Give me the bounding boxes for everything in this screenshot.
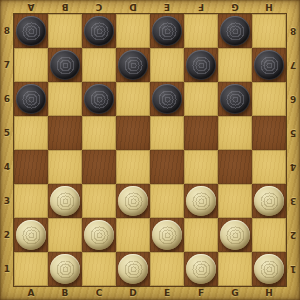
black-piece-e6[interactable] bbox=[152, 84, 182, 114]
coord-left-2: 2 bbox=[0, 218, 14, 252]
white-piece-h1[interactable] bbox=[254, 254, 284, 284]
square-e7[interactable] bbox=[150, 48, 184, 82]
coord-left-5: 5 bbox=[0, 116, 14, 150]
coord-top-h: H bbox=[252, 0, 286, 14]
coord-right-1: 1 bbox=[286, 252, 300, 286]
square-g2[interactable] bbox=[218, 218, 252, 252]
square-g4[interactable] bbox=[218, 150, 252, 184]
coord-bottom-a: A bbox=[14, 286, 48, 300]
square-e8[interactable] bbox=[150, 14, 184, 48]
checkers-board: ABCDEFGH ABCDEFGH 87654321 87654321 bbox=[0, 0, 300, 300]
coord-bottom-f: F bbox=[184, 286, 218, 300]
square-c3[interactable] bbox=[82, 184, 116, 218]
black-piece-c8[interactable] bbox=[84, 16, 114, 46]
square-d2[interactable] bbox=[116, 218, 150, 252]
coord-top-d: D bbox=[116, 0, 150, 14]
white-piece-g2[interactable] bbox=[220, 220, 250, 250]
square-e4[interactable] bbox=[150, 150, 184, 184]
white-piece-c2[interactable] bbox=[84, 220, 114, 250]
white-piece-e2[interactable] bbox=[152, 220, 182, 250]
black-piece-a8[interactable] bbox=[16, 16, 46, 46]
square-b7[interactable] bbox=[48, 48, 82, 82]
square-a5[interactable] bbox=[14, 116, 48, 150]
square-d6[interactable] bbox=[116, 82, 150, 116]
square-b5[interactable] bbox=[48, 116, 82, 150]
square-e1[interactable] bbox=[150, 252, 184, 286]
coord-right-7: 7 bbox=[286, 48, 300, 82]
rank-labels-right: 87654321 bbox=[286, 14, 300, 286]
square-f6[interactable] bbox=[184, 82, 218, 116]
white-piece-a2[interactable] bbox=[16, 220, 46, 250]
square-a7[interactable] bbox=[14, 48, 48, 82]
square-h5[interactable] bbox=[252, 116, 286, 150]
square-a2[interactable] bbox=[14, 218, 48, 252]
coord-right-2: 2 bbox=[286, 218, 300, 252]
square-h8[interactable] bbox=[252, 14, 286, 48]
square-g3[interactable] bbox=[218, 184, 252, 218]
square-d7[interactable] bbox=[116, 48, 150, 82]
coord-bottom-d: D bbox=[116, 286, 150, 300]
square-f3[interactable] bbox=[184, 184, 218, 218]
coord-left-6: 6 bbox=[0, 82, 14, 116]
square-c4[interactable] bbox=[82, 150, 116, 184]
square-c2[interactable] bbox=[82, 218, 116, 252]
square-g5[interactable] bbox=[218, 116, 252, 150]
square-b2[interactable] bbox=[48, 218, 82, 252]
square-b1[interactable] bbox=[48, 252, 82, 286]
square-f2[interactable] bbox=[184, 218, 218, 252]
coord-bottom-h: H bbox=[252, 286, 286, 300]
black-piece-b7[interactable] bbox=[50, 50, 80, 80]
file-labels-bottom: ABCDEFGH bbox=[14, 286, 286, 300]
coord-right-5: 5 bbox=[286, 116, 300, 150]
square-h1[interactable] bbox=[252, 252, 286, 286]
square-f5[interactable] bbox=[184, 116, 218, 150]
square-a6[interactable] bbox=[14, 82, 48, 116]
coord-right-3: 3 bbox=[286, 184, 300, 218]
coord-right-6: 6 bbox=[286, 82, 300, 116]
black-piece-g8[interactable] bbox=[220, 16, 250, 46]
black-piece-c6[interactable] bbox=[84, 84, 114, 114]
coord-left-3: 3 bbox=[0, 184, 14, 218]
coord-bottom-e: E bbox=[150, 286, 184, 300]
rank-labels-left: 87654321 bbox=[0, 14, 14, 286]
white-piece-f3[interactable] bbox=[186, 186, 216, 216]
square-a8[interactable] bbox=[14, 14, 48, 48]
coord-top-b: B bbox=[48, 0, 82, 14]
coord-left-4: 4 bbox=[0, 150, 14, 184]
board-grid bbox=[14, 14, 286, 286]
coord-right-8: 8 bbox=[286, 14, 300, 48]
square-e3[interactable] bbox=[150, 184, 184, 218]
square-d1[interactable] bbox=[116, 252, 150, 286]
coord-bottom-c: C bbox=[82, 286, 116, 300]
square-g7[interactable] bbox=[218, 48, 252, 82]
square-d3[interactable] bbox=[116, 184, 150, 218]
square-e5[interactable] bbox=[150, 116, 184, 150]
coord-top-a: A bbox=[14, 0, 48, 14]
square-c1[interactable] bbox=[82, 252, 116, 286]
square-b4[interactable] bbox=[48, 150, 82, 184]
square-h7[interactable] bbox=[252, 48, 286, 82]
square-h6[interactable] bbox=[252, 82, 286, 116]
coord-top-f: F bbox=[184, 0, 218, 14]
white-piece-b3[interactable] bbox=[50, 186, 80, 216]
file-labels-top: ABCDEFGH bbox=[14, 0, 286, 14]
black-piece-f7[interactable] bbox=[186, 50, 216, 80]
square-f4[interactable] bbox=[184, 150, 218, 184]
coord-top-e: E bbox=[150, 0, 184, 14]
coord-left-1: 1 bbox=[0, 252, 14, 286]
square-f1[interactable] bbox=[184, 252, 218, 286]
square-d4[interactable] bbox=[116, 150, 150, 184]
black-piece-g6[interactable] bbox=[220, 84, 250, 114]
square-f8[interactable] bbox=[184, 14, 218, 48]
white-piece-h3[interactable] bbox=[254, 186, 284, 216]
square-d8[interactable] bbox=[116, 14, 150, 48]
square-e2[interactable] bbox=[150, 218, 184, 252]
square-g8[interactable] bbox=[218, 14, 252, 48]
square-a4[interactable] bbox=[14, 150, 48, 184]
coord-top-c: C bbox=[82, 0, 116, 14]
black-piece-e8[interactable] bbox=[152, 16, 182, 46]
square-h3[interactable] bbox=[252, 184, 286, 218]
square-a1[interactable] bbox=[14, 252, 48, 286]
black-piece-a6[interactable] bbox=[16, 84, 46, 114]
black-piece-d7[interactable] bbox=[118, 50, 148, 80]
square-f7[interactable] bbox=[184, 48, 218, 82]
square-b6[interactable] bbox=[48, 82, 82, 116]
square-e6[interactable] bbox=[150, 82, 184, 116]
square-h2[interactable] bbox=[252, 218, 286, 252]
square-b3[interactable] bbox=[48, 184, 82, 218]
square-c7[interactable] bbox=[82, 48, 116, 82]
square-g6[interactable] bbox=[218, 82, 252, 116]
coord-bottom-b: B bbox=[48, 286, 82, 300]
black-piece-h7[interactable] bbox=[254, 50, 284, 80]
square-c5[interactable] bbox=[82, 116, 116, 150]
coord-bottom-g: G bbox=[218, 286, 252, 300]
square-a3[interactable] bbox=[14, 184, 48, 218]
square-c8[interactable] bbox=[82, 14, 116, 48]
coord-top-g: G bbox=[218, 0, 252, 14]
white-piece-f1[interactable] bbox=[186, 254, 216, 284]
coord-left-7: 7 bbox=[0, 48, 14, 82]
square-d5[interactable] bbox=[116, 116, 150, 150]
white-piece-b1[interactable] bbox=[50, 254, 80, 284]
square-g1[interactable] bbox=[218, 252, 252, 286]
square-b8[interactable] bbox=[48, 14, 82, 48]
coord-left-8: 8 bbox=[0, 14, 14, 48]
coord-right-4: 4 bbox=[286, 150, 300, 184]
white-piece-d1[interactable] bbox=[118, 254, 148, 284]
white-piece-d3[interactable] bbox=[118, 186, 148, 216]
square-c6[interactable] bbox=[82, 82, 116, 116]
square-h4[interactable] bbox=[252, 150, 286, 184]
